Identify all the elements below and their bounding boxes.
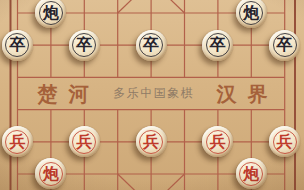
piece-glyph: 兵 [9, 134, 25, 150]
piece-black-soldier[interactable]: 卒 [69, 30, 100, 61]
piece-red-soldier[interactable]: 兵 [2, 126, 33, 157]
xiangqi-board: 楚河 多乐中国象棋 汉界 炮炮卒卒卒卒卒兵兵兵兵兵炮炮 [0, 0, 304, 190]
piece-glyph: 兵 [76, 134, 92, 150]
piece-black-soldier[interactable]: 卒 [2, 30, 33, 61]
piece-red-soldier[interactable]: 兵 [69, 126, 100, 157]
piece-glyph: 炮 [243, 5, 259, 21]
piece-red-soldier[interactable]: 兵 [136, 126, 167, 157]
piece-glyph: 兵 [277, 134, 293, 150]
piece-black-soldier[interactable]: 卒 [269, 30, 300, 61]
piece-black-soldier[interactable]: 卒 [136, 30, 167, 61]
piece-red-cannon[interactable]: 炮 [35, 158, 66, 189]
piece-glyph: 卒 [76, 37, 92, 53]
piece-glyph: 卒 [143, 37, 159, 53]
piece-glyph: 卒 [210, 37, 226, 53]
piece-black-cannon[interactable]: 炮 [35, 0, 66, 28]
piece-glyph: 卒 [277, 37, 293, 53]
piece-black-cannon[interactable]: 炮 [236, 0, 267, 28]
piece-glyph: 卒 [9, 37, 25, 53]
piece-black-soldier[interactable]: 卒 [202, 30, 233, 61]
piece-red-soldier[interactable]: 兵 [269, 126, 300, 157]
piece-glyph: 炮 [43, 5, 59, 21]
piece-glyph: 兵 [210, 134, 226, 150]
piece-red-cannon[interactable]: 炮 [236, 158, 267, 189]
piece-glyph: 炮 [43, 166, 59, 182]
piece-red-soldier[interactable]: 兵 [202, 126, 233, 157]
piece-glyph: 炮 [243, 166, 259, 182]
piece-glyph: 兵 [143, 134, 159, 150]
pieces-grid: 炮炮卒卒卒卒卒兵兵兵兵兵炮炮 [1, 0, 302, 190]
